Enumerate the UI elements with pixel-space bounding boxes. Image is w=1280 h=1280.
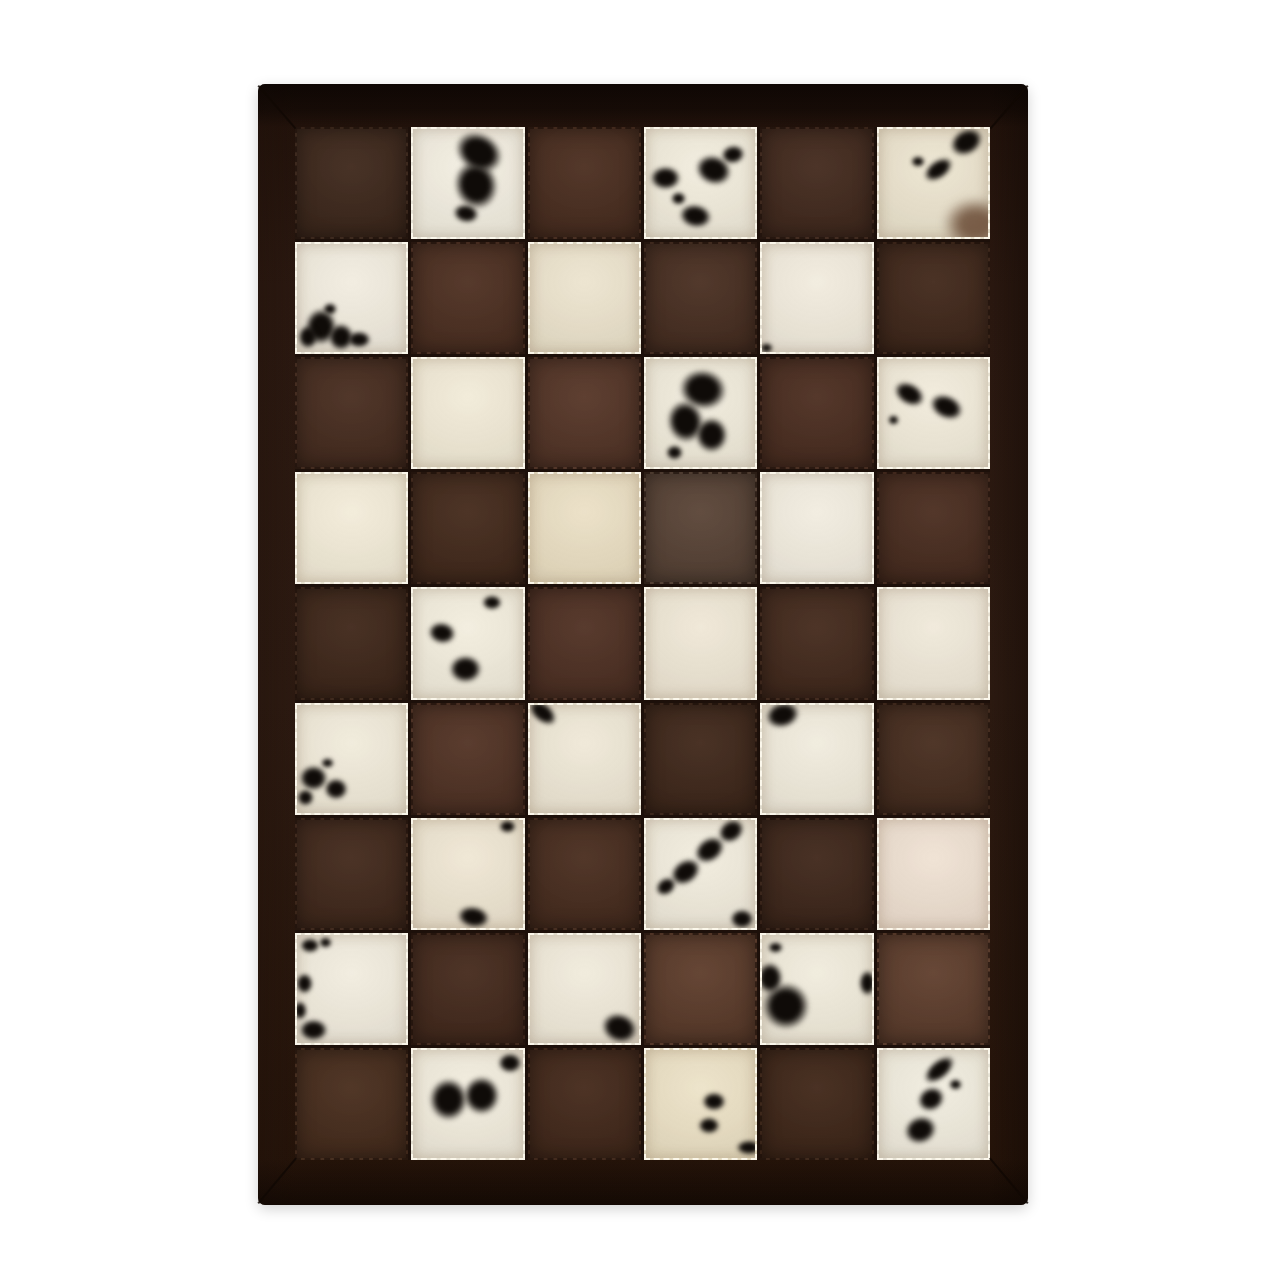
patch-r1c3-brown bbox=[528, 127, 641, 239]
cow-spot bbox=[736, 1140, 758, 1155]
cow-spot bbox=[319, 937, 332, 948]
cow-spot bbox=[666, 445, 683, 460]
cow-spot bbox=[499, 820, 516, 833]
patch-r8c3-white bbox=[528, 933, 641, 1045]
patch-r3c2-white bbox=[411, 357, 524, 469]
patch-r5c6-white bbox=[877, 587, 990, 699]
cow-spot bbox=[296, 973, 312, 995]
patch-r6c5-white bbox=[760, 703, 873, 815]
patch-r7c3-brown bbox=[528, 818, 641, 930]
patch-grid bbox=[295, 127, 990, 1160]
cow-spot bbox=[888, 415, 899, 425]
patch-r8c5-white bbox=[760, 933, 873, 1045]
patch-r2c6-brown bbox=[877, 242, 990, 354]
cow-spot bbox=[426, 620, 458, 646]
cow-spot bbox=[677, 201, 713, 230]
patch-r1c2-white bbox=[411, 127, 524, 239]
patch-r9c5-brown bbox=[760, 1048, 873, 1160]
cow-spot bbox=[944, 127, 987, 162]
patch-r1c6-white bbox=[877, 127, 990, 239]
patch-r3c4-white bbox=[644, 357, 757, 469]
patch-r7c1-brown bbox=[295, 818, 408, 930]
patch-r4c2-brown bbox=[411, 472, 524, 584]
patch-r7c5-brown bbox=[760, 818, 873, 930]
patch-r5c4-white bbox=[644, 587, 757, 699]
patch-r8c1-white bbox=[295, 933, 408, 1045]
patch-r8c6-brown bbox=[877, 933, 990, 1045]
patch-r1c5-brown bbox=[760, 127, 873, 239]
cow-spot bbox=[324, 778, 348, 800]
cow-spot bbox=[695, 417, 728, 454]
cow-spot bbox=[347, 331, 371, 348]
cow-spot bbox=[768, 942, 782, 953]
cow-spot bbox=[949, 1079, 962, 1090]
patch-r2c1-white bbox=[295, 242, 408, 354]
patch-r9c3-brown bbox=[528, 1048, 641, 1160]
patch-r9c2-white bbox=[411, 1048, 524, 1160]
cow-spot bbox=[300, 938, 320, 953]
patch-r7c6-white bbox=[877, 818, 990, 930]
patch-r6c6-brown bbox=[877, 703, 990, 815]
patch-r4c4-brown bbox=[644, 472, 757, 584]
cowhide-rug bbox=[258, 84, 1028, 1205]
border-miter-seam-bottom-left bbox=[257, 1158, 296, 1204]
patch-r3c6-white bbox=[877, 357, 990, 469]
patch-r2c5-white bbox=[760, 242, 873, 354]
cow-spot bbox=[449, 655, 482, 683]
border-miter-seam-top-left bbox=[257, 85, 296, 129]
cow-spot bbox=[650, 166, 681, 190]
patch-r1c4-white bbox=[644, 127, 757, 239]
patch-r6c1-white bbox=[295, 703, 408, 815]
patch-r4c3-white bbox=[528, 472, 641, 584]
patch-r9c6-white bbox=[877, 1048, 990, 1160]
cow-spot bbox=[730, 909, 754, 928]
cow-spot bbox=[299, 765, 327, 791]
cow-spot bbox=[498, 1053, 522, 1072]
cow-spot bbox=[890, 376, 929, 411]
border-miter-seam-bottom-right bbox=[989, 1158, 1028, 1204]
border-miter-seam-top-right bbox=[990, 85, 1029, 129]
patch-r5c2-white bbox=[411, 587, 524, 699]
cow-spot bbox=[762, 703, 803, 733]
patch-r5c1-brown bbox=[295, 587, 408, 699]
patch-r5c3-brown bbox=[528, 587, 641, 699]
patch-r8c2-brown bbox=[411, 933, 524, 1045]
cow-spot bbox=[760, 343, 773, 353]
patch-r4c6-brown bbox=[877, 472, 990, 584]
cow-spot bbox=[297, 789, 314, 806]
patch-r7c4-white bbox=[644, 818, 757, 930]
patch-r3c3-brown bbox=[528, 357, 641, 469]
patch-r3c5-brown bbox=[760, 357, 873, 469]
brown-shading bbox=[942, 197, 990, 239]
cow-spot bbox=[702, 1092, 726, 1111]
patch-r9c1-brown bbox=[295, 1048, 408, 1160]
patch-r7c2-white bbox=[411, 818, 524, 930]
patch-r1c1-brown bbox=[295, 127, 408, 239]
cow-spot bbox=[528, 703, 562, 732]
cow-spot bbox=[455, 903, 491, 929]
patch-r6c4-brown bbox=[644, 703, 757, 815]
patch-r2c2-brown bbox=[411, 242, 524, 354]
product-photo-background bbox=[0, 0, 1280, 1280]
cow-spot bbox=[920, 153, 958, 188]
cow-spot bbox=[926, 389, 968, 425]
cow-spot bbox=[463, 1076, 500, 1115]
patch-r6c3-white bbox=[528, 703, 641, 815]
patch-r4c5-white bbox=[760, 472, 873, 584]
cow-spot bbox=[321, 758, 334, 769]
patch-r9c4-white bbox=[644, 1048, 757, 1160]
cow-spot bbox=[698, 1117, 720, 1134]
cow-spot bbox=[911, 156, 924, 167]
cow-spot bbox=[859, 970, 874, 996]
cow-spot bbox=[900, 1111, 940, 1149]
cow-spot bbox=[323, 303, 337, 315]
cow-spot bbox=[913, 1081, 950, 1116]
cow-spot bbox=[298, 325, 318, 349]
cow-spot bbox=[295, 1001, 307, 1019]
cow-spot bbox=[299, 1019, 327, 1041]
patch-r6c2-brown bbox=[411, 703, 524, 815]
patch-r8c4-brown bbox=[644, 933, 757, 1045]
patch-r5c5-brown bbox=[760, 587, 873, 699]
patch-r3c1-brown bbox=[295, 357, 408, 469]
cow-spot bbox=[482, 595, 502, 610]
cow-spot bbox=[597, 1007, 641, 1045]
patch-r2c4-brown bbox=[644, 242, 757, 354]
patch-r4c1-white bbox=[295, 472, 408, 584]
patch-r2c3-white bbox=[528, 242, 641, 354]
cow-spot bbox=[671, 192, 686, 205]
